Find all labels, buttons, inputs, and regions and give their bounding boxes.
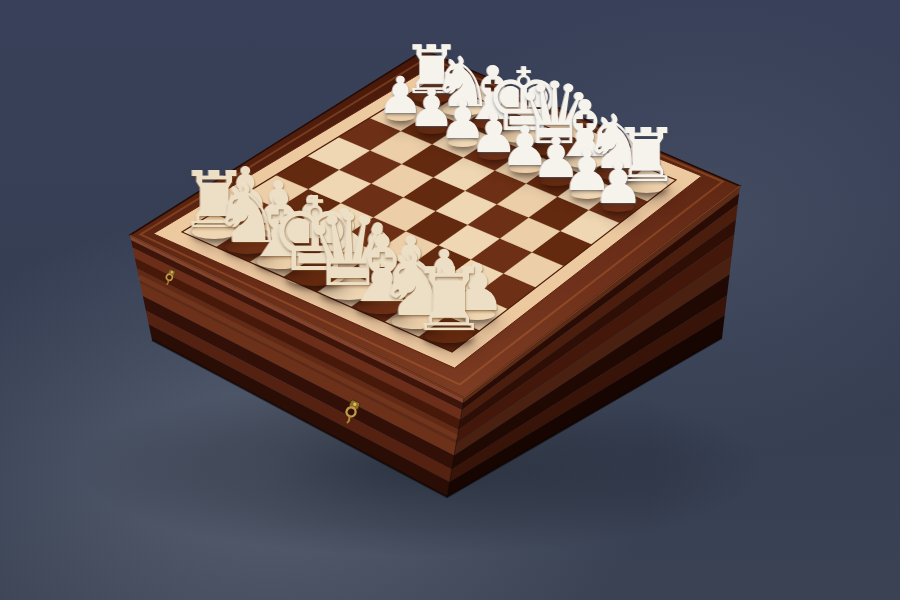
- chess-board-box: [0, 0, 900, 600]
- scene-photo: ♜♞♟♝♟♚♟♛♟♝♟♞♟♜♟♟♟♟♜♟♞♟♝♟♚♟♛♟♝♟♞♜: [0, 0, 900, 600]
